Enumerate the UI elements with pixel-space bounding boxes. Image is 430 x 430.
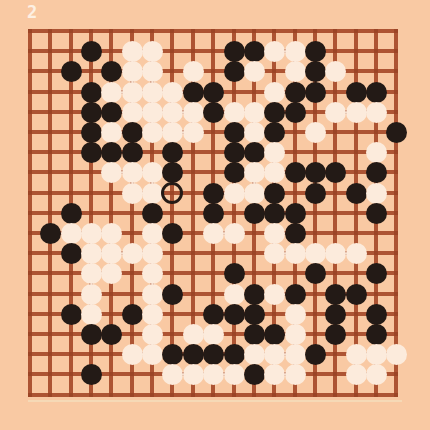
stone-black[interactable] — [162, 162, 183, 183]
intersection-dot — [89, 393, 93, 397]
intersection-dot — [28, 372, 32, 376]
stone-black[interactable] — [366, 203, 387, 224]
stone-black[interactable] — [162, 223, 183, 244]
stone-black[interactable] — [305, 183, 326, 204]
stone-black[interactable] — [346, 183, 367, 204]
intersection-dot — [28, 150, 32, 154]
stone-white[interactable] — [81, 284, 102, 305]
stone-black[interactable] — [285, 82, 306, 103]
stone-white[interactable] — [285, 61, 306, 82]
stone-white[interactable] — [162, 82, 183, 103]
stone-white[interactable] — [81, 304, 102, 325]
intersection-dot — [374, 29, 378, 33]
intersection-dot — [150, 29, 154, 33]
stone-white[interactable] — [244, 183, 265, 204]
intersection-dot — [48, 69, 52, 73]
intersection-dot — [28, 130, 32, 134]
intersection-dot — [374, 49, 378, 53]
intersection-dot — [48, 372, 52, 376]
stone-white[interactable] — [203, 364, 224, 385]
intersection-dot — [28, 352, 32, 356]
intersection-dot — [130, 372, 134, 376]
stone-white[interactable] — [244, 162, 265, 183]
intersection-dot — [211, 49, 215, 53]
intersection-dot — [89, 211, 93, 215]
intersection-dot — [211, 29, 215, 33]
stone-white[interactable] — [101, 243, 122, 264]
intersection-dot — [69, 271, 73, 275]
stone-white[interactable] — [264, 243, 285, 264]
intersection-dot — [28, 312, 32, 316]
stone-black[interactable] — [203, 102, 224, 123]
stone-black[interactable] — [244, 364, 265, 385]
intersection-dot — [333, 211, 337, 215]
intersection-dot — [374, 292, 378, 296]
stone-black[interactable] — [325, 304, 346, 325]
intersection-dot — [48, 29, 52, 33]
stone-white[interactable] — [142, 183, 163, 204]
intersection-dot — [252, 29, 256, 33]
stone-white[interactable] — [305, 243, 326, 264]
intersection-dot — [191, 251, 195, 255]
stone-white[interactable] — [162, 102, 183, 123]
intersection-dot — [232, 29, 236, 33]
stone-black[interactable] — [386, 122, 407, 143]
intersection-dot — [109, 191, 113, 195]
stone-black[interactable] — [264, 324, 285, 345]
intersection-dot — [394, 231, 398, 235]
stone-black[interactable] — [61, 203, 82, 224]
stone-white[interactable] — [142, 162, 163, 183]
intersection-dot — [252, 231, 256, 235]
stone-black[interactable] — [81, 102, 102, 123]
intersection-dot — [313, 372, 317, 376]
stone-white[interactable] — [203, 223, 224, 244]
intersection-dot — [211, 292, 215, 296]
intersection-dot — [170, 49, 174, 53]
stone-black[interactable] — [305, 82, 326, 103]
intersection-dot — [333, 393, 337, 397]
intersection-dot — [394, 292, 398, 296]
intersection-dot — [252, 90, 256, 94]
stone-black[interactable] — [122, 142, 143, 163]
stone-black[interactable] — [224, 263, 245, 284]
intersection-dot — [69, 49, 73, 53]
intersection-dot — [232, 393, 236, 397]
stone-black[interactable] — [142, 203, 163, 224]
stone-white[interactable] — [183, 102, 204, 123]
stone-white[interactable] — [183, 364, 204, 385]
intersection-dot — [272, 29, 276, 33]
intersection-dot — [69, 352, 73, 356]
stone-white[interactable] — [285, 243, 306, 264]
stone-white[interactable] — [183, 122, 204, 143]
stone-white[interactable] — [244, 102, 265, 123]
stone-black[interactable] — [122, 122, 143, 143]
stone-black[interactable] — [244, 304, 265, 325]
intersection-dot — [394, 90, 398, 94]
intersection-dot — [89, 352, 93, 356]
intersection-dot — [89, 170, 93, 174]
stone-white[interactable] — [183, 324, 204, 345]
intersection-dot — [333, 130, 337, 134]
intersection-dot — [191, 191, 195, 195]
stone-white[interactable] — [224, 284, 245, 305]
stone-black[interactable] — [81, 142, 102, 163]
stone-black[interactable] — [203, 203, 224, 224]
stone-black[interactable] — [203, 183, 224, 204]
stone-white[interactable] — [285, 41, 306, 62]
intersection-dot — [333, 352, 337, 356]
intersection-dot — [394, 69, 398, 73]
stone-white[interactable] — [366, 344, 387, 365]
intersection-dot — [69, 372, 73, 376]
stone-white[interactable] — [285, 304, 306, 325]
intersection-dot — [69, 150, 73, 154]
intersection-dot — [354, 69, 358, 73]
stone-white[interactable] — [162, 122, 183, 143]
stone-white[interactable] — [386, 344, 407, 365]
stone-white[interactable] — [142, 82, 163, 103]
stone-black[interactable] — [203, 82, 224, 103]
stone-white[interactable] — [244, 344, 265, 365]
intersection-dot — [394, 211, 398, 215]
stone-white[interactable] — [264, 41, 285, 62]
stone-white[interactable] — [366, 364, 387, 385]
stone-white[interactable] — [224, 183, 245, 204]
stone-white[interactable] — [81, 223, 102, 244]
stone-black[interactable] — [122, 304, 143, 325]
stone-white[interactable] — [142, 304, 163, 325]
intersection-dot — [48, 49, 52, 53]
stone-white[interactable] — [366, 102, 387, 123]
intersection-dot — [69, 191, 73, 195]
intersection-dot — [150, 372, 154, 376]
stone-black[interactable] — [244, 324, 265, 345]
stone-black[interactable] — [203, 304, 224, 325]
intersection-dot — [374, 69, 378, 73]
stone-white[interactable] — [244, 61, 265, 82]
stone-white[interactable] — [122, 162, 143, 183]
stone-black[interactable] — [305, 41, 326, 62]
intersection-dot — [313, 150, 317, 154]
stone-white[interactable] — [264, 82, 285, 103]
stone-black[interactable] — [224, 41, 245, 62]
stone-white[interactable] — [244, 122, 265, 143]
stone-black[interactable] — [101, 142, 122, 163]
intersection-dot — [48, 150, 52, 154]
intersection-dot — [293, 29, 297, 33]
intersection-dot — [394, 49, 398, 53]
intersection-dot — [130, 332, 134, 336]
intersection-dot — [89, 191, 93, 195]
stone-black[interactable] — [61, 304, 82, 325]
stone-white[interactable] — [325, 102, 346, 123]
intersection-dot — [28, 393, 32, 397]
stone-white[interactable] — [81, 263, 102, 284]
stone-white[interactable] — [224, 223, 245, 244]
stone-black[interactable] — [81, 122, 102, 143]
stone-white[interactable] — [122, 61, 143, 82]
stone-black[interactable] — [224, 344, 245, 365]
intersection-dot — [354, 393, 358, 397]
intersection-dot — [394, 372, 398, 376]
intersection-dot — [28, 231, 32, 235]
stone-white[interactable] — [101, 162, 122, 183]
stone-white[interactable] — [101, 122, 122, 143]
intersection-dot — [191, 312, 195, 316]
intersection-dot — [150, 150, 154, 154]
stone-white[interactable] — [142, 263, 163, 284]
intersection-dot — [354, 29, 358, 33]
intersection-dot — [48, 251, 52, 255]
stone-white[interactable] — [142, 243, 163, 264]
stone-black[interactable] — [183, 344, 204, 365]
stone-white[interactable] — [142, 102, 163, 123]
stone-black[interactable] — [244, 203, 265, 224]
stone-black[interactable] — [285, 203, 306, 224]
stone-black[interactable] — [244, 284, 265, 305]
stone-white[interactable] — [122, 243, 143, 264]
stone-black[interactable] — [285, 284, 306, 305]
stone-white[interactable] — [346, 243, 367, 264]
stone-black[interactable] — [224, 162, 245, 183]
stone-black[interactable] — [224, 61, 245, 82]
intersection-dot — [130, 292, 134, 296]
stone-black[interactable] — [264, 102, 285, 123]
stone-black[interactable] — [346, 284, 367, 305]
stone-white[interactable] — [285, 324, 306, 345]
intersection-dot — [191, 170, 195, 174]
stone-white[interactable] — [142, 223, 163, 244]
stone-white[interactable] — [346, 364, 367, 385]
intersection-dot — [333, 231, 337, 235]
stone-black[interactable] — [81, 41, 102, 62]
stone-black[interactable] — [366, 162, 387, 183]
intersection-dot — [48, 90, 52, 94]
stone-black[interactable] — [162, 344, 183, 365]
stone-black[interactable] — [224, 142, 245, 163]
intersection-dot — [394, 332, 398, 336]
stone-white[interactable] — [183, 61, 204, 82]
intersection-dot — [394, 312, 398, 316]
intersection-dot — [28, 69, 32, 73]
stone-white[interactable] — [142, 122, 163, 143]
stone-white[interactable] — [264, 142, 285, 163]
stone-white[interactable] — [122, 183, 143, 204]
intersection-dot — [272, 271, 276, 275]
stone-white[interactable] — [101, 82, 122, 103]
stone-white[interactable] — [122, 41, 143, 62]
intersection-dot — [69, 90, 73, 94]
intersection-dot — [333, 271, 337, 275]
stone-white[interactable] — [264, 284, 285, 305]
stone-black[interactable] — [305, 162, 326, 183]
intersection-dot — [28, 170, 32, 174]
stone-black[interactable] — [203, 344, 224, 365]
stone-black[interactable] — [162, 284, 183, 305]
intersection-dot — [28, 49, 32, 53]
stone-black[interactable] — [305, 61, 326, 82]
intersection-dot — [313, 110, 317, 114]
intersection-dot — [109, 352, 113, 356]
intersection-dot — [374, 231, 378, 235]
stone-white[interactable] — [325, 243, 346, 264]
stone-white[interactable] — [346, 102, 367, 123]
stone-white[interactable] — [264, 344, 285, 365]
intersection-dot — [191, 29, 195, 33]
intersection-dot — [170, 393, 174, 397]
intersection-dot — [69, 292, 73, 296]
intersection-dot — [374, 130, 378, 134]
intersection-dot — [130, 271, 134, 275]
stone-black[interactable] — [244, 142, 265, 163]
intersection-dot — [293, 150, 297, 154]
stone-black[interactable] — [183, 82, 204, 103]
intersection-dot — [130, 211, 134, 215]
stone-black[interactable] — [162, 142, 183, 163]
intersection-dot — [109, 372, 113, 376]
intersection-dot — [109, 312, 113, 316]
stone-black[interactable] — [224, 122, 245, 143]
intersection-dot — [191, 49, 195, 53]
intersection-dot — [211, 69, 215, 73]
stone-white[interactable] — [142, 344, 163, 365]
intersection-dot — [211, 150, 215, 154]
intersection-dot — [28, 251, 32, 255]
stone-white[interactable] — [264, 364, 285, 385]
stone-black[interactable] — [366, 324, 387, 345]
intersection-dot — [211, 393, 215, 397]
intersection-dot — [48, 393, 52, 397]
intersection-dot — [28, 292, 32, 296]
intersection-dot — [150, 393, 154, 397]
stone-black[interactable] — [244, 41, 265, 62]
intersection-dot — [48, 110, 52, 114]
intersection-dot — [48, 332, 52, 336]
go-board[interactable] — [0, 0, 430, 430]
intersection-dot — [48, 292, 52, 296]
stone-black[interactable] — [325, 162, 346, 183]
stone-white[interactable] — [366, 142, 387, 163]
stone-white[interactable] — [101, 263, 122, 284]
intersection-dot — [69, 130, 73, 134]
intersection-dot — [272, 312, 276, 316]
stone-black[interactable] — [101, 324, 122, 345]
intersection-dot — [313, 393, 317, 397]
intersection-dot — [232, 332, 236, 336]
stone-white[interactable] — [142, 41, 163, 62]
intersection-dot — [333, 29, 337, 33]
intersection-dot — [394, 191, 398, 195]
stone-black[interactable] — [101, 61, 122, 82]
stone-white[interactable] — [224, 364, 245, 385]
stone-black[interactable] — [366, 263, 387, 284]
intersection-dot — [170, 211, 174, 215]
stone-white[interactable] — [81, 243, 102, 264]
stone-white[interactable] — [101, 223, 122, 244]
stone-black[interactable] — [81, 364, 102, 385]
intersection-dot — [48, 211, 52, 215]
intersection-dot — [170, 251, 174, 255]
stone-black[interactable] — [366, 82, 387, 103]
intersection-dot — [313, 231, 317, 235]
stone-black[interactable] — [325, 324, 346, 345]
stone-black[interactable] — [61, 243, 82, 264]
stone-black[interactable] — [61, 61, 82, 82]
stone-black[interactable] — [40, 223, 61, 244]
stone-white[interactable] — [203, 324, 224, 345]
intersection-dot — [354, 170, 358, 174]
stone-white[interactable] — [142, 284, 163, 305]
stone-black[interactable] — [285, 102, 306, 123]
intersection-dot — [313, 29, 317, 33]
stone-white[interactable] — [122, 344, 143, 365]
stone-white[interactable] — [142, 324, 163, 345]
intersection-dot — [130, 393, 134, 397]
intersection-dot — [191, 231, 195, 235]
intersection-dot — [28, 110, 32, 114]
intersection-dot — [48, 271, 52, 275]
stone-black[interactable] — [81, 324, 102, 345]
stone-black[interactable] — [285, 162, 306, 183]
stone-black[interactable] — [285, 223, 306, 244]
intersection-dot — [272, 69, 276, 73]
stone-black[interactable] — [366, 304, 387, 325]
stone-white[interactable] — [346, 344, 367, 365]
stone-white[interactable] — [264, 223, 285, 244]
stone-white[interactable] — [224, 102, 245, 123]
intersection-dot — [28, 271, 32, 275]
intersection-dot — [293, 393, 297, 397]
intersection-dot — [394, 251, 398, 255]
last-move-circle-marker — [161, 182, 183, 204]
intersection-dot — [109, 29, 113, 33]
intersection-dot — [89, 29, 93, 33]
stone-white[interactable] — [285, 344, 306, 365]
intersection-dot — [394, 271, 398, 275]
stone-white[interactable] — [162, 364, 183, 385]
stone-black[interactable] — [81, 82, 102, 103]
stone-black[interactable] — [305, 344, 326, 365]
stone-black[interactable] — [224, 304, 245, 325]
stone-white[interactable] — [325, 61, 346, 82]
stone-white[interactable] — [122, 102, 143, 123]
intersection-dot — [354, 49, 358, 53]
intersection-dot — [48, 312, 52, 316]
intersection-dot — [333, 90, 337, 94]
stone-white[interactable] — [305, 122, 326, 143]
intersection-dot — [354, 231, 358, 235]
stone-black[interactable] — [264, 122, 285, 143]
stone-black[interactable] — [305, 263, 326, 284]
intersection-dot — [48, 130, 52, 134]
intersection-dot — [191, 292, 195, 296]
stone-black[interactable] — [101, 102, 122, 123]
stone-black[interactable] — [346, 82, 367, 103]
stone-white[interactable] — [142, 61, 163, 82]
stone-white[interactable] — [264, 162, 285, 183]
stone-black[interactable] — [325, 284, 346, 305]
stone-white[interactable] — [61, 223, 82, 244]
intersection-dot — [333, 372, 337, 376]
stone-white[interactable] — [122, 82, 143, 103]
stone-white[interactable] — [285, 364, 306, 385]
intersection-dot — [232, 90, 236, 94]
stone-white[interactable] — [366, 183, 387, 204]
stone-black[interactable] — [264, 203, 285, 224]
stone-black[interactable] — [264, 183, 285, 204]
